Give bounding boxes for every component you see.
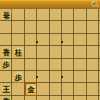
shogi-app-screen: 歩 1 香香桂歩歩王金香	[0, 0, 100, 100]
shogi-piece-gote-香[interactable]: 香	[1, 10, 12, 21]
star-point	[36, 76, 38, 78]
star-point	[36, 41, 38, 43]
gote-captured-tray: 歩 1	[0, 0, 100, 8]
star-point	[61, 41, 63, 43]
shogi-piece-sente-香[interactable]: 香	[1, 47, 12, 58]
star-point	[61, 76, 63, 78]
shogi-piece-sente-歩[interactable]: 歩	[1, 60, 12, 71]
shogi-piece-sente-王[interactable]: 王	[1, 84, 12, 95]
shogi-piece-sente-桂[interactable]: 桂	[13, 47, 24, 58]
shogi-piece-sente-歩[interactable]: 歩	[13, 72, 24, 83]
shogi-piece-sente-香[interactable]: 香	[1, 97, 12, 100]
shogi-board[interactable]: 香香桂歩歩王金香	[0, 8, 100, 100]
